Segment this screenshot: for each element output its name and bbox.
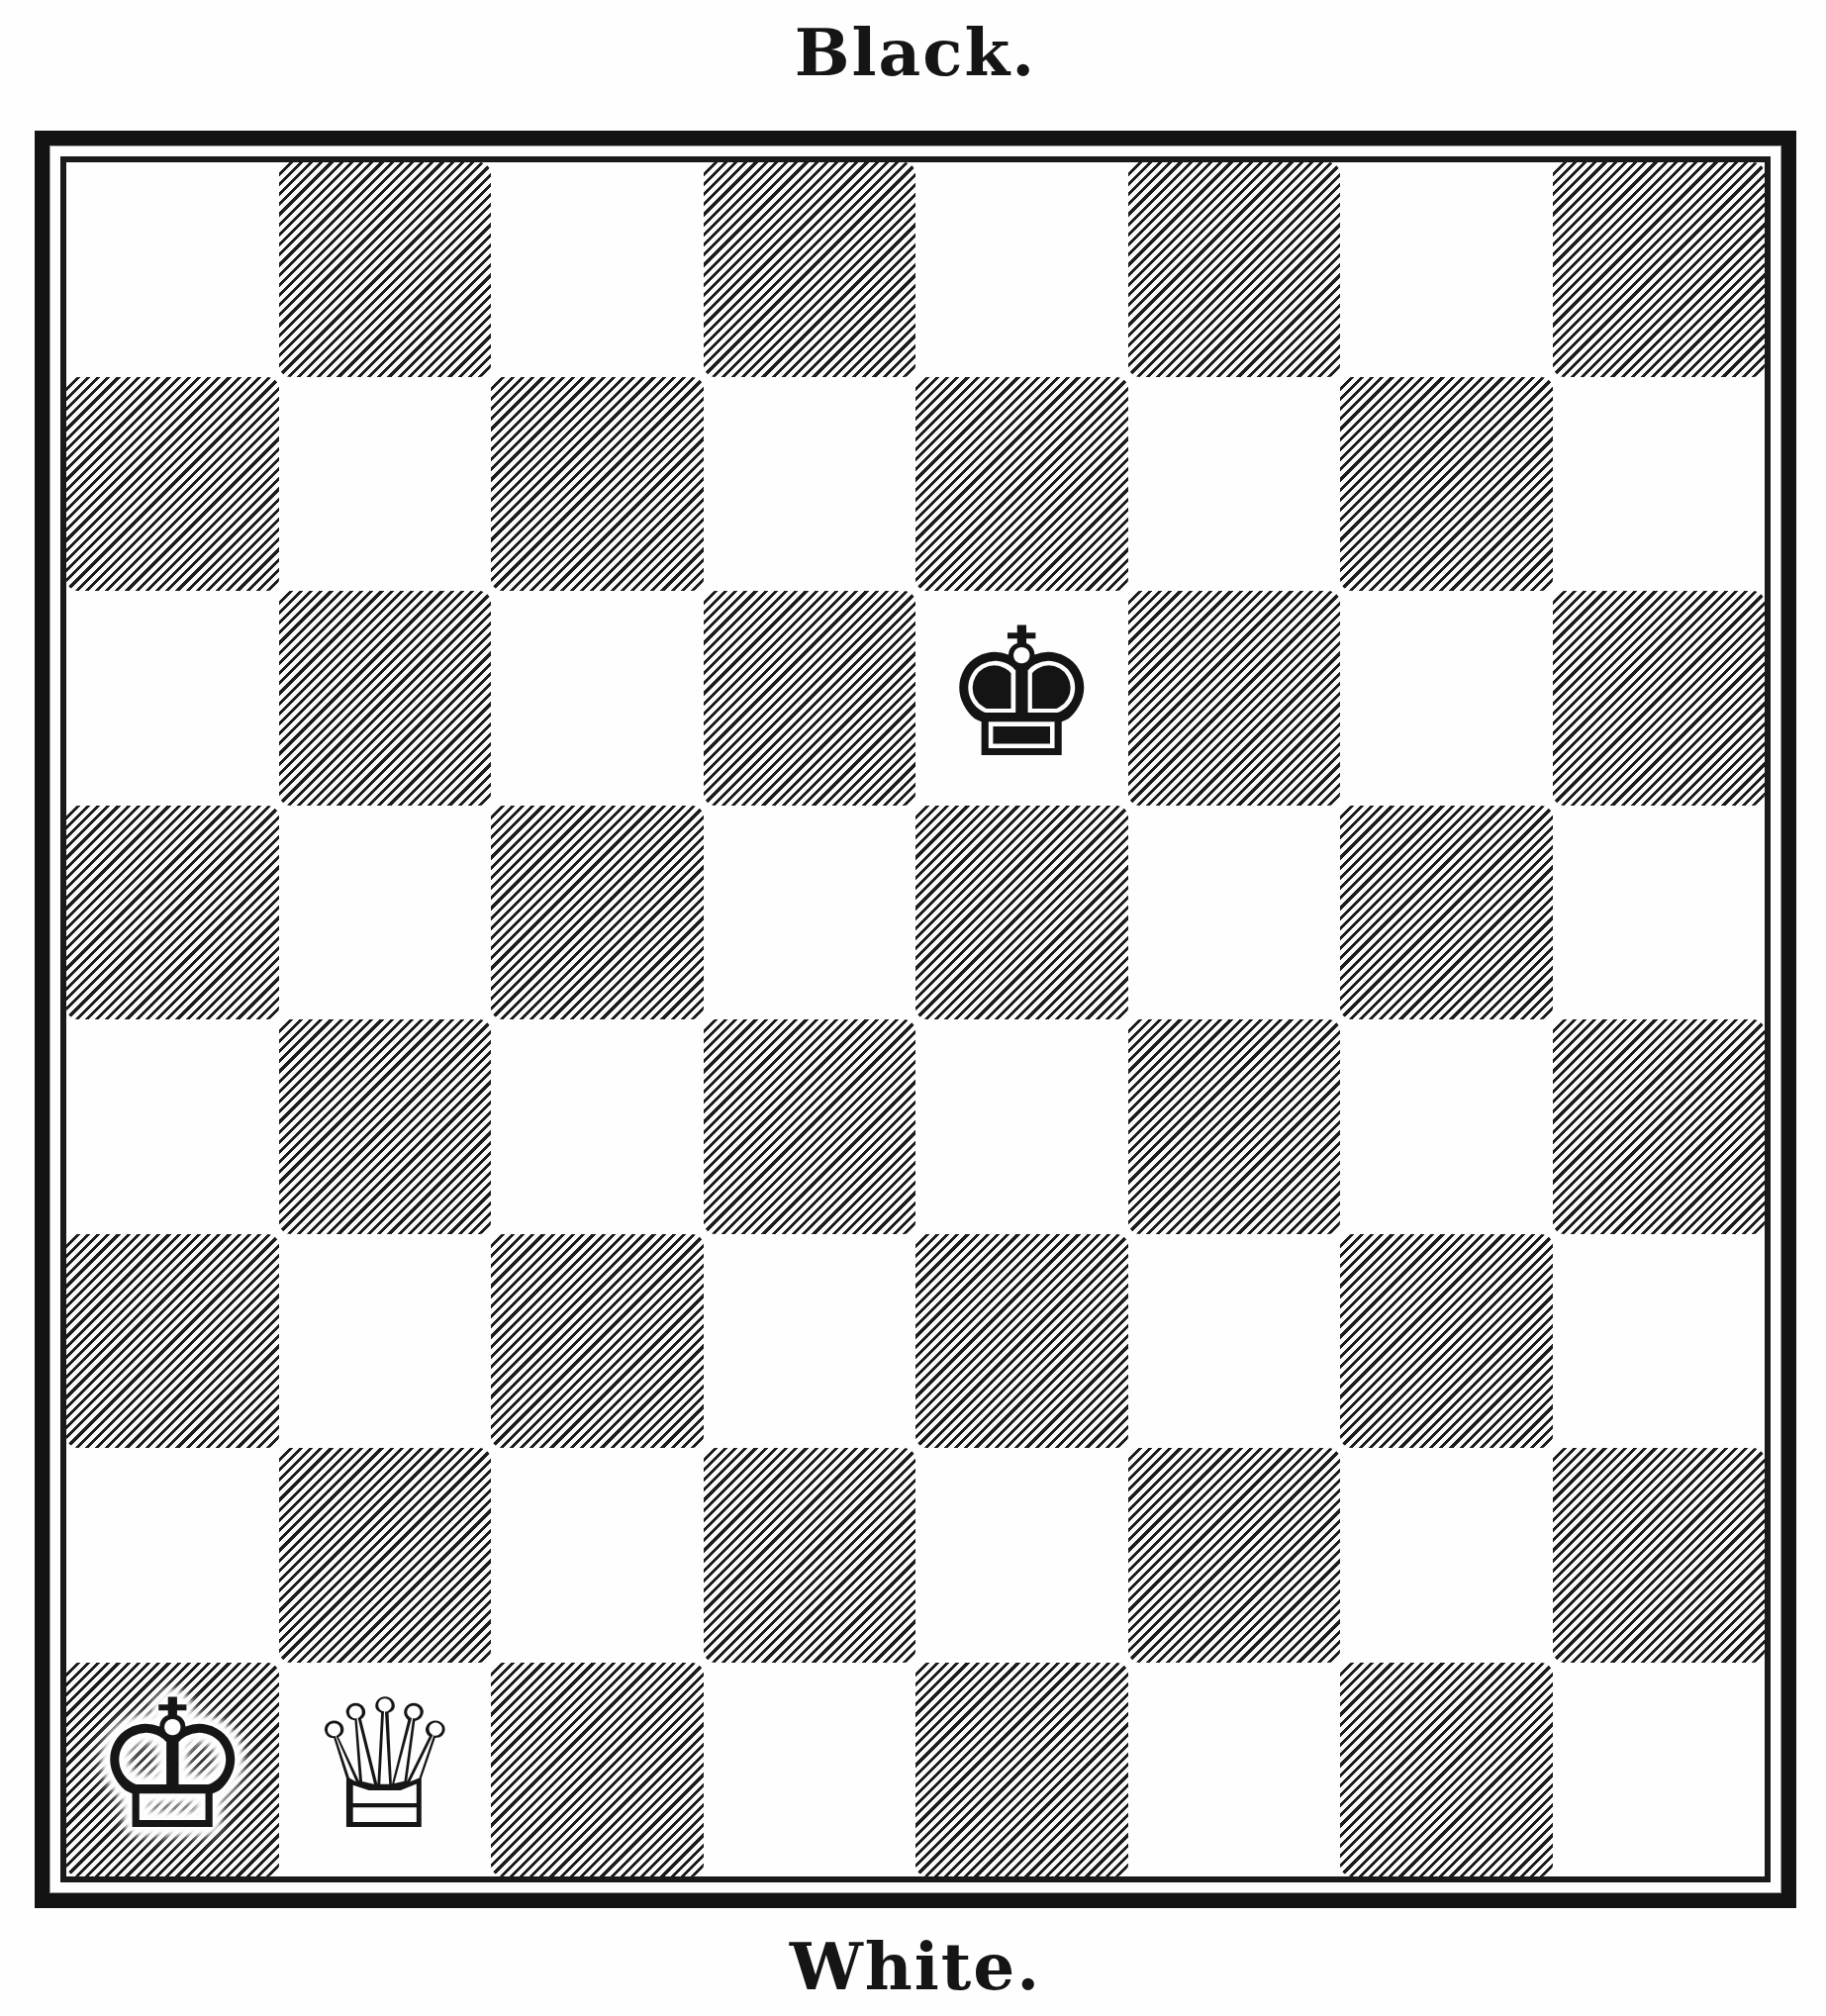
square-g6[interactable] bbox=[1340, 591, 1553, 806]
square-f7[interactable] bbox=[1128, 377, 1341, 592]
square-f3[interactable] bbox=[1128, 1234, 1341, 1449]
square-e7[interactable] bbox=[915, 377, 1128, 592]
square-g7[interactable] bbox=[1340, 377, 1553, 592]
square-a3[interactable] bbox=[66, 1234, 279, 1449]
square-h8[interactable] bbox=[1553, 162, 1766, 377]
square-e2[interactable] bbox=[915, 1448, 1128, 1663]
square-g3[interactable] bbox=[1340, 1234, 1553, 1449]
square-c5[interactable] bbox=[491, 806, 704, 1020]
square-e3[interactable] bbox=[915, 1234, 1128, 1449]
square-g2[interactable] bbox=[1340, 1448, 1553, 1663]
square-h3[interactable] bbox=[1553, 1234, 1766, 1449]
square-b4[interactable] bbox=[279, 1019, 492, 1234]
square-h5[interactable] bbox=[1553, 806, 1766, 1020]
board-frame: ♚♔♕ bbox=[35, 131, 1796, 1908]
board-inner-border: ♚♔♕ bbox=[60, 156, 1771, 1882]
square-c3[interactable] bbox=[491, 1234, 704, 1449]
square-d5[interactable] bbox=[704, 806, 916, 1020]
square-b7[interactable] bbox=[279, 377, 492, 592]
page: Black. ♚♔♕ White. bbox=[0, 0, 1826, 2016]
square-f6[interactable] bbox=[1128, 591, 1341, 806]
white-side-label: White. bbox=[35, 1930, 1796, 2003]
square-e4[interactable] bbox=[915, 1019, 1128, 1234]
white-king[interactable]: ♔ bbox=[93, 1677, 252, 1855]
square-a8[interactable] bbox=[66, 162, 279, 377]
square-f4[interactable] bbox=[1128, 1019, 1341, 1234]
square-e5[interactable] bbox=[915, 806, 1128, 1020]
square-e8[interactable] bbox=[915, 162, 1128, 377]
square-b1[interactable]: ♕ bbox=[279, 1663, 492, 1877]
square-d3[interactable] bbox=[704, 1234, 916, 1449]
square-h7[interactable] bbox=[1553, 377, 1766, 592]
square-f5[interactable] bbox=[1128, 806, 1341, 1020]
square-e1[interactable] bbox=[915, 1663, 1128, 1877]
square-c2[interactable] bbox=[491, 1448, 704, 1663]
square-d8[interactable] bbox=[704, 162, 916, 377]
square-a4[interactable] bbox=[66, 1019, 279, 1234]
square-g5[interactable] bbox=[1340, 806, 1553, 1020]
square-d4[interactable] bbox=[704, 1019, 916, 1234]
square-b5[interactable] bbox=[279, 806, 492, 1020]
square-a6[interactable] bbox=[66, 591, 279, 806]
board: ♚♔♕ bbox=[66, 162, 1765, 1876]
square-c1[interactable] bbox=[491, 1663, 704, 1877]
square-c8[interactable] bbox=[491, 162, 704, 377]
square-h4[interactable] bbox=[1553, 1019, 1766, 1234]
square-h1[interactable] bbox=[1553, 1663, 1766, 1877]
square-f1[interactable] bbox=[1128, 1663, 1341, 1877]
square-a1[interactable]: ♔ bbox=[66, 1663, 279, 1877]
square-c7[interactable] bbox=[491, 377, 704, 592]
square-h2[interactable] bbox=[1553, 1448, 1766, 1663]
square-a2[interactable] bbox=[66, 1448, 279, 1663]
square-a5[interactable] bbox=[66, 806, 279, 1020]
square-f8[interactable] bbox=[1128, 162, 1341, 377]
square-c6[interactable] bbox=[491, 591, 704, 806]
square-g8[interactable] bbox=[1340, 162, 1553, 377]
white-queen[interactable]: ♕ bbox=[305, 1677, 464, 1855]
square-b8[interactable] bbox=[279, 162, 492, 377]
square-e6[interactable]: ♚ bbox=[915, 591, 1128, 806]
square-b2[interactable] bbox=[279, 1448, 492, 1663]
square-a7[interactable] bbox=[66, 377, 279, 592]
square-d2[interactable] bbox=[704, 1448, 916, 1663]
square-f2[interactable] bbox=[1128, 1448, 1341, 1663]
square-b6[interactable] bbox=[279, 591, 492, 806]
black-side-label: Black. bbox=[35, 16, 1796, 89]
square-d6[interactable] bbox=[704, 591, 916, 806]
square-c4[interactable] bbox=[491, 1019, 704, 1234]
square-g4[interactable] bbox=[1340, 1019, 1553, 1234]
square-g1[interactable] bbox=[1340, 1663, 1553, 1877]
square-b3[interactable] bbox=[279, 1234, 492, 1449]
black-king[interactable]: ♚ bbox=[942, 605, 1102, 783]
square-d1[interactable] bbox=[704, 1663, 916, 1877]
square-d7[interactable] bbox=[704, 377, 916, 592]
square-h6[interactable] bbox=[1553, 591, 1766, 806]
